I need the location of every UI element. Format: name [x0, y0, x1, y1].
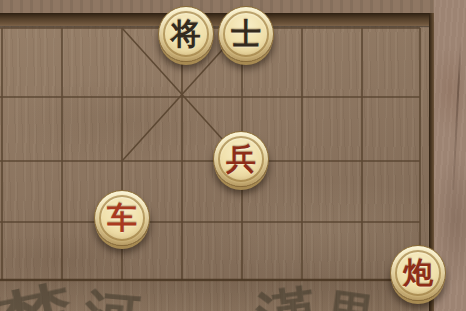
piece-red-chariot[interactable]: 车 — [94, 190, 150, 246]
piece-red-cannon[interactable]: 炮 — [390, 245, 446, 301]
piece-character: 将 — [171, 19, 201, 49]
piece-character: 士 — [231, 19, 261, 49]
piece-red-soldier[interactable]: 兵 — [213, 131, 269, 187]
piece-character: 车 — [107, 203, 137, 233]
piece-character: 炮 — [403, 258, 433, 288]
board-frame-top-edge — [0, 13, 434, 26]
piece-black-advisor[interactable]: 士 — [218, 6, 274, 62]
piece-character: 兵 — [226, 144, 256, 174]
xiangqi-board: 楚河漢界 将士兵车炮 — [0, 0, 466, 311]
piece-black-general[interactable]: 将 — [158, 6, 214, 62]
